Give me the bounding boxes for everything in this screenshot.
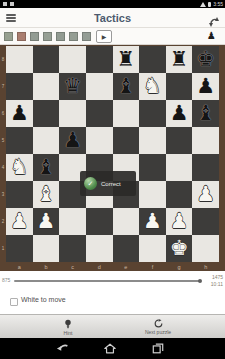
status-bar: 3:55 <box>0 0 225 8</box>
square-f6[interactable] <box>139 100 166 127</box>
piece-white-knight[interactable]: ♞ <box>139 73 166 100</box>
square-g5[interactable] <box>166 127 193 154</box>
status-time: 3:55 <box>213 1 223 7</box>
result-toast: ✓ Correct <box>80 171 136 196</box>
piece-black-pawn[interactable]: ♟ <box>59 127 86 154</box>
square-b2[interactable]: ♟ <box>33 208 60 235</box>
square-f1[interactable] <box>139 235 166 262</box>
level-6-indicator[interactable] <box>69 32 78 41</box>
piece-black-king[interactable]: ♚ <box>192 46 219 73</box>
square-e2[interactable] <box>113 208 140 235</box>
level-4-indicator[interactable] <box>43 32 52 41</box>
next-puzzle-button[interactable]: Next puzzle <box>128 317 188 337</box>
square-f5[interactable] <box>139 127 166 154</box>
file-label-d: d <box>86 262 113 271</box>
square-a2[interactable]: ♟ <box>6 208 33 235</box>
square-h2[interactable] <box>192 208 219 235</box>
square-d6[interactable] <box>86 100 113 127</box>
rating-value: 875 <box>2 277 10 283</box>
square-b1[interactable] <box>33 235 60 262</box>
back-icon[interactable] <box>55 342 71 355</box>
notification-icon <box>10 2 14 6</box>
square-a8[interactable] <box>6 46 33 73</box>
notification-icon <box>3 2 7 6</box>
file-label-b: b <box>33 262 60 271</box>
piece-white-pawn[interactable]: ♟ <box>166 208 193 235</box>
hint-button[interactable]: Hint <box>44 317 92 337</box>
square-c7[interactable]: ♛ <box>59 73 86 100</box>
file-label-a: a <box>6 262 33 271</box>
android-nav-bar <box>0 338 225 359</box>
square-b3[interactable]: ♝ <box>33 181 60 208</box>
square-a5[interactable] <box>6 127 33 154</box>
next-arrow-icon <box>154 319 163 328</box>
square-h5[interactable] <box>192 127 219 154</box>
square-d1[interactable] <box>86 235 113 262</box>
square-h7[interactable]: ♟ <box>192 73 219 100</box>
square-f2[interactable]: ♟ <box>139 208 166 235</box>
progress-track[interactable] <box>14 280 201 282</box>
square-c5[interactable]: ♟ <box>59 127 86 154</box>
piece-black-queen[interactable]: ♛ <box>59 73 86 100</box>
square-e1[interactable] <box>113 235 140 262</box>
levels-row: ▶ ♟ <box>0 28 225 45</box>
square-b8[interactable] <box>33 46 60 73</box>
piece-white-bishop[interactable]: ♝ <box>33 181 60 208</box>
piece-white-pawn[interactable]: ♟ <box>139 208 166 235</box>
square-a4[interactable]: ♞ <box>6 154 33 181</box>
piece-white-pawn[interactable]: ♟ <box>33 208 60 235</box>
timer: 10:11 <box>211 281 223 288</box>
home-icon[interactable] <box>102 342 118 355</box>
square-c2[interactable] <box>59 208 86 235</box>
next-puzzle-label: Next puzzle <box>145 329 171 335</box>
square-g8[interactable]: ♜ <box>166 46 193 73</box>
play-button[interactable]: ▶ <box>96 30 112 43</box>
file-label-c: c <box>59 262 86 271</box>
square-f3[interactable] <box>139 181 166 208</box>
square-g4[interactable] <box>166 154 193 181</box>
bottom-toolbar: Hint Next puzzle <box>0 314 225 338</box>
flip-board-icon[interactable] <box>209 13 219 23</box>
square-e8[interactable]: ♜ <box>113 46 140 73</box>
level-3-indicator[interactable] <box>30 32 39 41</box>
square-g7[interactable] <box>166 73 193 100</box>
square-f7[interactable]: ♞ <box>139 73 166 100</box>
square-d5[interactable] <box>86 127 113 154</box>
side-to-move-label: White to move <box>21 296 66 303</box>
square-d8[interactable] <box>86 46 113 73</box>
hint-label: Hint <box>64 330 73 336</box>
file-label-h: h <box>192 262 219 271</box>
square-a3[interactable] <box>6 181 33 208</box>
piece-white-pawn[interactable]: ♟ <box>6 208 33 235</box>
level-7-indicator[interactable] <box>82 32 91 41</box>
square-b7[interactable] <box>33 73 60 100</box>
square-c8[interactable] <box>59 46 86 73</box>
square-b5[interactable] <box>33 127 60 154</box>
piece-white-king[interactable]: ♚ <box>166 235 193 262</box>
lightbulb-icon <box>64 319 72 329</box>
move-indicator-row: White to move <box>0 291 225 314</box>
square-a6[interactable]: ♟ <box>6 100 33 127</box>
square-e5[interactable] <box>113 127 140 154</box>
notification-icons <box>3 2 14 6</box>
piece-black-bishop[interactable]: ♝ <box>33 154 60 181</box>
square-g1[interactable]: ♚ <box>166 235 193 262</box>
piece-white-pawn[interactable]: ♟ <box>192 181 219 208</box>
app-bar: Tactics <box>0 8 225 28</box>
level-1-indicator[interactable] <box>4 32 13 41</box>
square-g3[interactable] <box>166 181 193 208</box>
square-d7[interactable] <box>86 73 113 100</box>
file-label-g: g <box>166 262 193 271</box>
piece-black-bishop[interactable]: ♝ <box>113 73 140 100</box>
progress-thumb[interactable] <box>198 279 202 283</box>
square-g2[interactable]: ♟ <box>166 208 193 235</box>
square-f4[interactable] <box>139 154 166 181</box>
black-pawn-icon: ♟ <box>207 31 216 41</box>
chess-board: 87654321 ♜♜♚♛♝♞♟♟♟♝♟♞♝♝♟♟♟♟♟♚ abcdefgh ✓… <box>0 45 225 271</box>
square-e7[interactable]: ♝ <box>113 73 140 100</box>
piece-black-pawn[interactable]: ♟ <box>166 100 193 127</box>
file-labels: abcdefgh <box>6 262 219 271</box>
target-rating: 1475 <box>211 274 223 281</box>
progress-row: 875 1475 10:11 <box>0 271 225 291</box>
square-h4[interactable] <box>192 154 219 181</box>
piece-black-bishop[interactable]: ♝ <box>192 100 219 127</box>
square-d2[interactable] <box>86 208 113 235</box>
square-b6[interactable] <box>33 100 60 127</box>
square-b4[interactable]: ♝ <box>33 154 60 181</box>
board-grid: ♜♜♚♛♝♞♟♟♟♝♟♞♝♝♟♟♟♟♟♚ <box>6 46 219 262</box>
square-f8[interactable] <box>139 46 166 73</box>
wifi-icon <box>200 2 206 7</box>
toast-text: Correct <box>101 181 121 187</box>
square-a1[interactable] <box>6 235 33 262</box>
piece-black-rook[interactable]: ♜ <box>166 46 193 73</box>
square-c1[interactable] <box>59 235 86 262</box>
recents-icon[interactable] <box>150 342 166 355</box>
play-icon: ▶ <box>102 33 107 40</box>
file-label-e: e <box>113 262 140 271</box>
piece-black-rook[interactable]: ♜ <box>113 46 140 73</box>
square-h6[interactable]: ♝ <box>192 100 219 127</box>
square-h8[interactable]: ♚ <box>192 46 219 73</box>
level-5-indicator[interactable] <box>56 32 65 41</box>
move-checkbox[interactable] <box>10 298 18 306</box>
level-2-indicator[interactable] <box>17 32 26 41</box>
battery-icon <box>208 2 211 7</box>
piece-black-pawn[interactable]: ♟ <box>192 73 219 100</box>
file-label-f: f <box>139 262 166 271</box>
square-h3[interactable]: ♟ <box>192 181 219 208</box>
square-g6[interactable]: ♟ <box>166 100 193 127</box>
square-h1[interactable] <box>192 235 219 262</box>
piece-white-knight[interactable]: ♞ <box>6 154 33 181</box>
page-title: Tactics <box>0 12 225 24</box>
piece-black-pawn[interactable]: ♟ <box>6 100 33 127</box>
success-check-icon: ✓ <box>84 177 97 190</box>
square-c6[interactable] <box>59 100 86 127</box>
square-e6[interactable] <box>113 100 140 127</box>
square-a7[interactable] <box>6 73 33 100</box>
